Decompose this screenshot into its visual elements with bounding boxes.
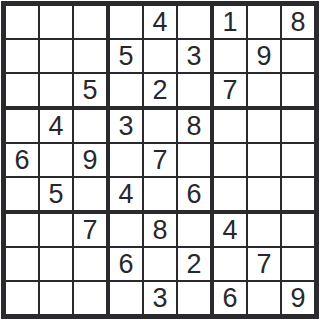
cell-r2c9[interactable] (282, 40, 314, 72)
cell-r3c5[interactable]: 2 (144, 74, 176, 106)
block-2-1: 4695 (6, 110, 106, 210)
cell-r3c4[interactable] (110, 74, 142, 106)
cell-r1c1[interactable] (6, 6, 38, 38)
cell-r6c6[interactable]: 6 (178, 178, 210, 210)
cell-r5c1[interactable]: 6 (6, 144, 38, 176)
cell-r7c4[interactable] (110, 214, 142, 246)
cell-r6c2[interactable]: 5 (40, 178, 72, 210)
cell-r1c4[interactable] (110, 6, 142, 38)
sudoku-board: 545321897469538746786234769 (1, 1, 319, 319)
cell-r8c7[interactable] (214, 248, 246, 280)
cell-r5c4[interactable] (110, 144, 142, 176)
block-1-1: 5 (6, 6, 106, 106)
cell-r2c2[interactable] (40, 40, 72, 72)
cell-r9c3[interactable] (74, 282, 106, 314)
cell-r2c3[interactable] (74, 40, 106, 72)
block-1-2: 4532 (110, 6, 210, 106)
cell-r6c7[interactable] (214, 178, 246, 210)
cell-r7c2[interactable] (40, 214, 72, 246)
cell-r8c6[interactable]: 2 (178, 248, 210, 280)
cell-r3c3[interactable]: 5 (74, 74, 106, 106)
cell-r4c9[interactable] (282, 110, 314, 142)
cell-r8c8[interactable]: 7 (248, 248, 280, 280)
page: 545321897469538746786234769 (0, 0, 320, 320)
cell-r2c8[interactable]: 9 (248, 40, 280, 72)
cell-r5c2[interactable] (40, 144, 72, 176)
cell-r2c4[interactable]: 5 (110, 40, 142, 72)
cell-r4c5[interactable] (144, 110, 176, 142)
block-2-3 (214, 110, 314, 210)
block-3-2: 8623 (110, 214, 210, 314)
cell-r8c3[interactable] (74, 248, 106, 280)
cell-r8c1[interactable] (6, 248, 38, 280)
cell-r1c8[interactable] (248, 6, 280, 38)
cell-r9c8[interactable] (248, 282, 280, 314)
cell-r9c4[interactable] (110, 282, 142, 314)
cell-r5c7[interactable] (214, 144, 246, 176)
cell-r1c2[interactable] (40, 6, 72, 38)
cell-r4c2[interactable]: 4 (40, 110, 72, 142)
cell-r1c5[interactable]: 4 (144, 6, 176, 38)
cell-r4c8[interactable] (248, 110, 280, 142)
cell-r4c6[interactable]: 8 (178, 110, 210, 142)
block-2-2: 38746 (110, 110, 210, 210)
cell-r7c1[interactable] (6, 214, 38, 246)
cell-r8c5[interactable] (144, 248, 176, 280)
cell-r6c5[interactable] (144, 178, 176, 210)
cell-r7c7[interactable]: 4 (214, 214, 246, 246)
cell-r3c8[interactable] (248, 74, 280, 106)
cell-r6c9[interactable] (282, 178, 314, 210)
cell-r6c4[interactable]: 4 (110, 178, 142, 210)
cell-r2c6[interactable]: 3 (178, 40, 210, 72)
cell-r3c9[interactable] (282, 74, 314, 106)
cell-r9c1[interactable] (6, 282, 38, 314)
cell-r9c9[interactable]: 9 (282, 282, 314, 314)
cell-r1c3[interactable] (74, 6, 106, 38)
cell-r5c6[interactable] (178, 144, 210, 176)
block-3-1: 7 (6, 214, 106, 314)
cell-r6c1[interactable] (6, 178, 38, 210)
cell-r5c8[interactable] (248, 144, 280, 176)
cell-r5c9[interactable] (282, 144, 314, 176)
cell-r7c6[interactable] (178, 214, 210, 246)
cell-r4c7[interactable] (214, 110, 246, 142)
cell-r4c1[interactable] (6, 110, 38, 142)
cell-r1c9[interactable]: 8 (282, 6, 314, 38)
cell-r9c5[interactable]: 3 (144, 282, 176, 314)
cell-r2c7[interactable] (214, 40, 246, 72)
cell-r6c3[interactable] (74, 178, 106, 210)
cell-r7c9[interactable] (282, 214, 314, 246)
cell-r8c9[interactable] (282, 248, 314, 280)
cell-r5c5[interactable]: 7 (144, 144, 176, 176)
cell-r4c3[interactable] (74, 110, 106, 142)
cell-r9c7[interactable]: 6 (214, 282, 246, 314)
cell-r9c6[interactable] (178, 282, 210, 314)
cell-r1c6[interactable] (178, 6, 210, 38)
block-1-3: 1897 (214, 6, 314, 106)
cell-r1c7[interactable]: 1 (214, 6, 246, 38)
cell-r5c3[interactable]: 9 (74, 144, 106, 176)
block-3-3: 4769 (214, 214, 314, 314)
cell-r3c2[interactable] (40, 74, 72, 106)
cell-r6c8[interactable] (248, 178, 280, 210)
cell-r3c6[interactable] (178, 74, 210, 106)
cell-r7c3[interactable]: 7 (74, 214, 106, 246)
cell-r8c2[interactable] (40, 248, 72, 280)
cell-r4c4[interactable]: 3 (110, 110, 142, 142)
cell-r8c4[interactable]: 6 (110, 248, 142, 280)
cell-r9c2[interactable] (40, 282, 72, 314)
cell-r3c7[interactable]: 7 (214, 74, 246, 106)
cell-r7c8[interactable] (248, 214, 280, 246)
cell-r7c5[interactable]: 8 (144, 214, 176, 246)
cell-r2c5[interactable] (144, 40, 176, 72)
cell-r3c1[interactable] (6, 74, 38, 106)
cell-r2c1[interactable] (6, 40, 38, 72)
